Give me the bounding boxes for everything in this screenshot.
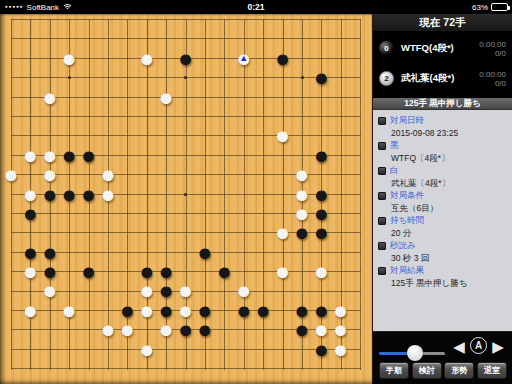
board-cell[interactable] bbox=[156, 223, 175, 242]
board-cell[interactable] bbox=[176, 10, 195, 29]
board-cell[interactable] bbox=[273, 340, 292, 359]
board-cell[interactable] bbox=[273, 281, 292, 300]
board-cell[interactable]: ● bbox=[176, 301, 195, 320]
board-cell[interactable] bbox=[79, 49, 98, 68]
board-cell[interactable] bbox=[137, 107, 156, 126]
board-cell[interactable]: ● bbox=[137, 281, 156, 300]
board-cell[interactable] bbox=[350, 126, 369, 145]
board-cell[interactable] bbox=[98, 49, 117, 68]
board-cell[interactable] bbox=[350, 88, 369, 107]
board-cell[interactable] bbox=[176, 262, 195, 281]
board-cell[interactable] bbox=[137, 204, 156, 223]
board-cell[interactable]: ● bbox=[21, 243, 40, 262]
board-cell[interactable] bbox=[234, 262, 253, 281]
board-cell[interactable] bbox=[253, 146, 272, 165]
board-cell[interactable] bbox=[79, 29, 98, 48]
board-cell[interactable] bbox=[176, 243, 195, 262]
board-cell[interactable]: ● bbox=[1, 165, 20, 184]
board-cell[interactable] bbox=[40, 10, 59, 29]
board-cell[interactable] bbox=[312, 107, 331, 126]
board-cell[interactable] bbox=[350, 243, 369, 262]
board-cell[interactable]: ● bbox=[253, 301, 272, 320]
board-cell[interactable] bbox=[350, 223, 369, 242]
board-cell[interactable] bbox=[98, 107, 117, 126]
board-cell[interactable] bbox=[98, 126, 117, 145]
board-cell[interactable]: ● bbox=[331, 320, 350, 339]
board-cell[interactable] bbox=[253, 359, 272, 378]
board-cell[interactable]: ● bbox=[156, 88, 175, 107]
board-cell[interactable] bbox=[137, 10, 156, 29]
board-cell[interactable] bbox=[79, 281, 98, 300]
board-cell[interactable]: ● bbox=[21, 204, 40, 223]
board-cell[interactable]: ● bbox=[156, 320, 175, 339]
board-cell[interactable]: ● bbox=[273, 49, 292, 68]
board-cell[interactable] bbox=[234, 68, 253, 87]
board-cell[interactable] bbox=[350, 185, 369, 204]
board-cell[interactable] bbox=[21, 68, 40, 87]
board-cell[interactable] bbox=[195, 126, 214, 145]
board-cell[interactable]: ● bbox=[40, 243, 59, 262]
board-cell[interactable] bbox=[79, 223, 98, 242]
board-cell[interactable] bbox=[331, 359, 350, 378]
board-cell[interactable] bbox=[1, 281, 20, 300]
board-cell[interactable]: ● bbox=[21, 185, 40, 204]
board-cell[interactable] bbox=[331, 262, 350, 281]
board-cell[interactable] bbox=[312, 359, 331, 378]
board-cell[interactable] bbox=[40, 340, 59, 359]
board-cell[interactable] bbox=[156, 10, 175, 29]
board-cell[interactable] bbox=[176, 185, 195, 204]
board-cell[interactable] bbox=[137, 243, 156, 262]
board-cell[interactable] bbox=[215, 204, 234, 223]
board-cell[interactable] bbox=[273, 185, 292, 204]
board-cell[interactable]: ● bbox=[234, 301, 253, 320]
board-cell[interactable] bbox=[350, 10, 369, 29]
board-cell[interactable] bbox=[273, 107, 292, 126]
board-cell[interactable] bbox=[156, 165, 175, 184]
board-cell[interactable] bbox=[137, 88, 156, 107]
board-cell[interactable] bbox=[59, 204, 78, 223]
board-cell[interactable]: ● bbox=[79, 146, 98, 165]
board-cell[interactable] bbox=[215, 107, 234, 126]
board-cell[interactable]: ● bbox=[156, 262, 175, 281]
board-cell[interactable] bbox=[350, 165, 369, 184]
board-cell[interactable] bbox=[1, 301, 20, 320]
review-button[interactable]: 検討 bbox=[412, 362, 442, 379]
board-cell[interactable] bbox=[253, 88, 272, 107]
board-cell[interactable] bbox=[350, 340, 369, 359]
board-cell[interactable] bbox=[176, 340, 195, 359]
board-cell[interactable] bbox=[156, 107, 175, 126]
board-cell[interactable]: ● bbox=[234, 281, 253, 300]
board-cell[interactable] bbox=[292, 146, 311, 165]
board-cell[interactable] bbox=[350, 262, 369, 281]
board-cell[interactable] bbox=[1, 10, 20, 29]
board-cell[interactable] bbox=[1, 126, 20, 145]
board-cell[interactable]: ● bbox=[40, 146, 59, 165]
board-cell[interactable] bbox=[79, 204, 98, 223]
board-cell[interactable] bbox=[118, 340, 137, 359]
board-cell[interactable] bbox=[59, 107, 78, 126]
board-cell[interactable] bbox=[292, 88, 311, 107]
board-cell[interactable] bbox=[234, 88, 253, 107]
board-cell[interactable] bbox=[21, 107, 40, 126]
board-cell[interactable]: ● bbox=[176, 281, 195, 300]
board-cell[interactable] bbox=[331, 223, 350, 242]
board-cell[interactable] bbox=[195, 185, 214, 204]
board-cell[interactable] bbox=[176, 29, 195, 48]
board-cell[interactable] bbox=[331, 204, 350, 223]
board-cell[interactable] bbox=[215, 340, 234, 359]
board-cell[interactable] bbox=[156, 185, 175, 204]
board-cell[interactable] bbox=[156, 243, 175, 262]
board-cell[interactable]: ● bbox=[79, 185, 98, 204]
board-cell[interactable] bbox=[350, 68, 369, 87]
board-cell[interactable]: ● bbox=[40, 88, 59, 107]
board-cell[interactable] bbox=[118, 262, 137, 281]
board-cell[interactable] bbox=[118, 243, 137, 262]
board-cell[interactable] bbox=[195, 359, 214, 378]
board-cell[interactable] bbox=[312, 29, 331, 48]
board-cell[interactable]: ● bbox=[156, 281, 175, 300]
board-cell[interactable]: ● bbox=[156, 301, 175, 320]
board-cell[interactable]: ● bbox=[312, 223, 331, 242]
board-cell[interactable] bbox=[137, 165, 156, 184]
board-cell[interactable] bbox=[273, 320, 292, 339]
board-cell[interactable] bbox=[312, 126, 331, 145]
board-cell[interactable] bbox=[253, 49, 272, 68]
board-cell[interactable] bbox=[40, 223, 59, 242]
board-cell[interactable] bbox=[176, 88, 195, 107]
board-cell[interactable] bbox=[40, 68, 59, 87]
board-cell[interactable] bbox=[215, 281, 234, 300]
board-cell[interactable] bbox=[331, 243, 350, 262]
board-cell[interactable] bbox=[1, 204, 20, 223]
board-cell[interactable]: ● bbox=[137, 49, 156, 68]
board-cell[interactable] bbox=[137, 359, 156, 378]
board-cell[interactable] bbox=[253, 126, 272, 145]
board-cell[interactable] bbox=[21, 49, 40, 68]
auto-play-button[interactable]: A bbox=[470, 337, 487, 354]
board-cell[interactable] bbox=[215, 359, 234, 378]
board-cell[interactable] bbox=[195, 281, 214, 300]
board-cell[interactable] bbox=[1, 262, 20, 281]
board-cell[interactable] bbox=[234, 146, 253, 165]
board-cell[interactable] bbox=[331, 29, 350, 48]
board-cell[interactable] bbox=[273, 204, 292, 223]
board-cell[interactable] bbox=[273, 68, 292, 87]
board-cell[interactable]: ● bbox=[176, 49, 195, 68]
board-cell[interactable] bbox=[350, 49, 369, 68]
board-cell[interactable] bbox=[79, 359, 98, 378]
board-cell[interactable] bbox=[273, 359, 292, 378]
slider-knob[interactable] bbox=[407, 345, 423, 361]
board-cell[interactable] bbox=[195, 29, 214, 48]
board-cell[interactable] bbox=[253, 107, 272, 126]
board-cell[interactable] bbox=[118, 88, 137, 107]
board-cell[interactable] bbox=[98, 359, 117, 378]
board-cell[interactable] bbox=[215, 185, 234, 204]
board-cell[interactable]: ● bbox=[312, 262, 331, 281]
board-cell[interactable] bbox=[273, 10, 292, 29]
moves-button[interactable]: 手順 bbox=[379, 362, 409, 379]
board-cell[interactable] bbox=[59, 68, 78, 87]
board-cell[interactable]: ● bbox=[312, 340, 331, 359]
board-cell[interactable]: ● bbox=[40, 281, 59, 300]
board-cell[interactable] bbox=[79, 301, 98, 320]
board-cell[interactable]: ● bbox=[79, 262, 98, 281]
board-cell[interactable] bbox=[292, 10, 311, 29]
board-cell[interactable] bbox=[195, 88, 214, 107]
board-cell[interactable] bbox=[59, 165, 78, 184]
board-cell[interactable]: ● bbox=[195, 320, 214, 339]
board-cell[interactable] bbox=[331, 68, 350, 87]
board-cell[interactable] bbox=[118, 359, 137, 378]
board-cell[interactable] bbox=[312, 49, 331, 68]
board-cell[interactable] bbox=[215, 49, 234, 68]
board-cell[interactable]: ● bbox=[273, 223, 292, 242]
board-cell[interactable] bbox=[331, 10, 350, 29]
board-cell[interactable] bbox=[79, 243, 98, 262]
board-cell[interactable] bbox=[292, 262, 311, 281]
board-cell[interactable] bbox=[234, 243, 253, 262]
board-cell[interactable]: ● bbox=[312, 320, 331, 339]
board-cell[interactable]: ● bbox=[40, 165, 59, 184]
next-move-button[interactable]: ▶ bbox=[490, 338, 506, 356]
board-cell[interactable] bbox=[156, 126, 175, 145]
board-cell[interactable]: ● bbox=[292, 320, 311, 339]
board-cell[interactable] bbox=[273, 165, 292, 184]
board-cell[interactable]: ● bbox=[273, 126, 292, 145]
board-cell[interactable] bbox=[195, 204, 214, 223]
board-cell[interactable] bbox=[40, 301, 59, 320]
board-cell[interactable] bbox=[350, 146, 369, 165]
board-cell[interactable] bbox=[98, 340, 117, 359]
board-cell[interactable] bbox=[1, 68, 20, 87]
board-cell[interactable] bbox=[59, 320, 78, 339]
board-cell[interactable] bbox=[59, 359, 78, 378]
board-cell[interactable]: ● bbox=[331, 301, 350, 320]
board-cell[interactable] bbox=[40, 320, 59, 339]
board-cell[interactable] bbox=[118, 107, 137, 126]
board-cell[interactable] bbox=[156, 49, 175, 68]
board-cell[interactable] bbox=[79, 10, 98, 29]
board-cell[interactable] bbox=[234, 107, 253, 126]
board-cell[interactable]: ● bbox=[273, 262, 292, 281]
board-cell[interactable] bbox=[234, 359, 253, 378]
board-cell[interactable] bbox=[98, 281, 117, 300]
board-cell[interactable] bbox=[331, 185, 350, 204]
board-cell[interactable] bbox=[253, 10, 272, 29]
board-cell[interactable] bbox=[156, 146, 175, 165]
board-cell[interactable]: ● bbox=[98, 185, 117, 204]
board-cell[interactable] bbox=[176, 204, 195, 223]
board-cell[interactable]: ● bbox=[21, 301, 40, 320]
board-cell[interactable]: ● bbox=[137, 340, 156, 359]
board-cell[interactable] bbox=[79, 107, 98, 126]
board-cell[interactable] bbox=[215, 301, 234, 320]
board-cell[interactable] bbox=[215, 68, 234, 87]
board-cell[interactable] bbox=[1, 185, 20, 204]
board-cell[interactable] bbox=[331, 281, 350, 300]
board-cell[interactable] bbox=[21, 359, 40, 378]
board-cell[interactable] bbox=[118, 146, 137, 165]
board-cell[interactable] bbox=[350, 301, 369, 320]
board-cell[interactable] bbox=[234, 185, 253, 204]
board-cell[interactable] bbox=[137, 126, 156, 145]
board-cell[interactable] bbox=[234, 29, 253, 48]
board-cell[interactable] bbox=[118, 165, 137, 184]
board-cell[interactable]: ● bbox=[176, 320, 195, 339]
board-cell[interactable] bbox=[253, 185, 272, 204]
board-cell[interactable] bbox=[59, 243, 78, 262]
board-cell[interactable] bbox=[1, 88, 20, 107]
board-cell[interactable] bbox=[21, 340, 40, 359]
board-cell[interactable]: ● bbox=[312, 301, 331, 320]
board-cell[interactable] bbox=[176, 165, 195, 184]
board-cell[interactable] bbox=[253, 204, 272, 223]
board-cell[interactable] bbox=[98, 68, 117, 87]
board-cell[interactable] bbox=[137, 320, 156, 339]
board-cell[interactable] bbox=[253, 29, 272, 48]
board-cell[interactable] bbox=[176, 107, 195, 126]
board-cell[interactable] bbox=[98, 29, 117, 48]
board-cell[interactable]: ● bbox=[292, 223, 311, 242]
board-cell[interactable]: ● bbox=[292, 185, 311, 204]
board-cell[interactable] bbox=[59, 10, 78, 29]
board-cell[interactable] bbox=[21, 29, 40, 48]
board-cell[interactable] bbox=[253, 340, 272, 359]
board-cell[interactable]: ● bbox=[195, 243, 214, 262]
board-cell[interactable] bbox=[195, 262, 214, 281]
board-cell[interactable] bbox=[40, 204, 59, 223]
board-cell[interactable]: ● bbox=[21, 262, 40, 281]
board-cell[interactable] bbox=[292, 359, 311, 378]
board-cell[interactable]: ● bbox=[331, 340, 350, 359]
board-cell[interactable] bbox=[234, 340, 253, 359]
board-cell[interactable] bbox=[118, 126, 137, 145]
board-cell[interactable] bbox=[215, 320, 234, 339]
move-slider[interactable] bbox=[379, 345, 445, 361]
board-cell[interactable] bbox=[273, 146, 292, 165]
board-cell[interactable] bbox=[215, 126, 234, 145]
board-cell[interactable] bbox=[21, 88, 40, 107]
board-cell[interactable] bbox=[1, 243, 20, 262]
board-cell[interactable] bbox=[195, 10, 214, 29]
board-cell[interactable] bbox=[21, 281, 40, 300]
board-cell[interactable] bbox=[79, 340, 98, 359]
board-cell[interactable]: ● bbox=[195, 301, 214, 320]
board-cell[interactable] bbox=[156, 68, 175, 87]
board-cell[interactable] bbox=[195, 107, 214, 126]
board-cell[interactable]: ● bbox=[312, 68, 331, 87]
board-cell[interactable] bbox=[118, 10, 137, 29]
board-cell[interactable] bbox=[40, 359, 59, 378]
board-cell[interactable] bbox=[253, 243, 272, 262]
board-cell[interactable] bbox=[350, 29, 369, 48]
board-cell[interactable] bbox=[350, 107, 369, 126]
board-cell[interactable] bbox=[331, 88, 350, 107]
board-cell[interactable] bbox=[59, 281, 78, 300]
board-cell[interactable] bbox=[137, 185, 156, 204]
board-cell[interactable]: ● bbox=[292, 204, 311, 223]
board-cell[interactable]: ● bbox=[40, 262, 59, 281]
board-cell[interactable] bbox=[59, 223, 78, 242]
board-cell[interactable] bbox=[79, 88, 98, 107]
board-cell[interactable]: ● bbox=[137, 262, 156, 281]
board-cell[interactable] bbox=[1, 49, 20, 68]
board-cell[interactable] bbox=[253, 165, 272, 184]
board-cell[interactable] bbox=[292, 340, 311, 359]
board-cell[interactable]: ● bbox=[98, 320, 117, 339]
board-cell[interactable]: ● bbox=[59, 49, 78, 68]
board-cell[interactable] bbox=[59, 29, 78, 48]
board-cell[interactable]: ● bbox=[292, 301, 311, 320]
board-cell[interactable] bbox=[292, 68, 311, 87]
board-cell[interactable] bbox=[292, 107, 311, 126]
board-cell[interactable]: ● bbox=[98, 165, 117, 184]
board-cell[interactable] bbox=[331, 165, 350, 184]
board-cell[interactable] bbox=[21, 223, 40, 242]
board-cell[interactable] bbox=[98, 88, 117, 107]
board-cell[interactable]: ● bbox=[59, 301, 78, 320]
board-cell[interactable] bbox=[234, 165, 253, 184]
board-cell[interactable] bbox=[79, 68, 98, 87]
board-cell[interactable]: ● bbox=[118, 301, 137, 320]
board-cell[interactable] bbox=[98, 204, 117, 223]
board-cell[interactable] bbox=[312, 281, 331, 300]
board-cell[interactable]: ● bbox=[40, 185, 59, 204]
board-cell[interactable] bbox=[312, 88, 331, 107]
prev-move-button[interactable]: ◀ bbox=[451, 338, 467, 356]
board-cell[interactable] bbox=[59, 262, 78, 281]
board-cell[interactable] bbox=[331, 107, 350, 126]
board-cell[interactable]: ● bbox=[59, 185, 78, 204]
board-cell[interactable] bbox=[79, 165, 98, 184]
board-cell[interactable] bbox=[273, 88, 292, 107]
board-cell[interactable] bbox=[40, 107, 59, 126]
board-cell[interactable] bbox=[253, 320, 272, 339]
board-cell[interactable] bbox=[118, 281, 137, 300]
board-cell[interactable] bbox=[350, 281, 369, 300]
board-cell[interactable] bbox=[350, 320, 369, 339]
board-cell[interactable] bbox=[156, 359, 175, 378]
board-cell[interactable] bbox=[98, 262, 117, 281]
board-cell[interactable] bbox=[234, 126, 253, 145]
board-cell[interactable] bbox=[79, 126, 98, 145]
board-cell[interactable]: ● bbox=[292, 165, 311, 184]
board-cell[interactable] bbox=[195, 165, 214, 184]
board-cell[interactable] bbox=[79, 320, 98, 339]
board-cell[interactable] bbox=[292, 29, 311, 48]
board-cell[interactable] bbox=[215, 10, 234, 29]
board-cell[interactable] bbox=[273, 243, 292, 262]
board-cell[interactable] bbox=[176, 146, 195, 165]
evaluation-button[interactable]: 形勢 bbox=[444, 362, 474, 379]
board-cell[interactable] bbox=[118, 68, 137, 87]
board-cell[interactable] bbox=[292, 126, 311, 145]
board-cell[interactable] bbox=[195, 49, 214, 68]
board-cell[interactable]: ● bbox=[59, 146, 78, 165]
board-cell[interactable] bbox=[1, 340, 20, 359]
board-cell[interactable]: ● bbox=[312, 204, 331, 223]
board-cell[interactable] bbox=[21, 10, 40, 29]
board-cell[interactable] bbox=[21, 165, 40, 184]
board-cell[interactable] bbox=[156, 340, 175, 359]
board-cell[interactable] bbox=[331, 49, 350, 68]
board-cell[interactable] bbox=[215, 29, 234, 48]
board-cell[interactable] bbox=[137, 68, 156, 87]
